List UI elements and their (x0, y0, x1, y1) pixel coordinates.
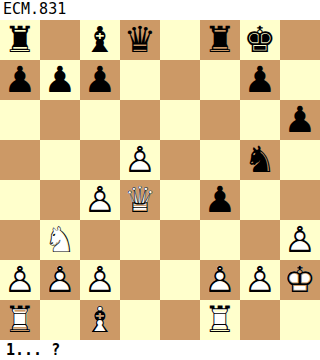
square-e8[interactable] (160, 20, 200, 60)
square-h1[interactable] (280, 300, 320, 340)
black-bishop[interactable]: ♝ (80, 20, 120, 60)
square-g5[interactable]: ♞ (240, 140, 280, 180)
chess-diagram-window: ECM.831 ♜♝♛♜♚♟♟♟♟♟♟♙♞♟♙♛♕♟♞♘♟♙♟♙♟♙♟♙♟♙♟♙… (0, 0, 320, 360)
white-pawn[interactable]: ♟♙ (280, 220, 320, 260)
square-b5[interactable] (40, 140, 80, 180)
white-pawn[interactable]: ♟♙ (80, 180, 120, 220)
black-rook[interactable]: ♜ (200, 20, 240, 60)
square-c3[interactable] (80, 220, 120, 260)
square-f5[interactable] (200, 140, 240, 180)
piece-outline-layer: ♙ (200, 260, 240, 300)
square-h2[interactable]: ♚♔ (280, 260, 320, 300)
square-e6[interactable] (160, 100, 200, 140)
square-b7[interactable]: ♟ (40, 60, 80, 100)
white-bishop[interactable]: ♝♗ (80, 300, 120, 340)
white-pawn[interactable]: ♟♙ (240, 260, 280, 300)
white-pawn[interactable]: ♟♙ (40, 260, 80, 300)
square-b3[interactable]: ♞♘ (40, 220, 80, 260)
square-e5[interactable] (160, 140, 200, 180)
square-a8[interactable]: ♜ (0, 20, 40, 60)
square-d2[interactable] (120, 260, 160, 300)
square-f4[interactable]: ♟ (200, 180, 240, 220)
white-pawn[interactable]: ♟♙ (200, 260, 240, 300)
piece-outline-layer: ♖ (0, 300, 40, 340)
white-queen[interactable]: ♛♕ (120, 180, 160, 220)
square-e4[interactable] (160, 180, 200, 220)
square-a7[interactable]: ♟ (0, 60, 40, 100)
square-b2[interactable]: ♟♙ (40, 260, 80, 300)
piece-outline-layer: ♙ (40, 260, 80, 300)
square-e1[interactable] (160, 300, 200, 340)
piece-outline-layer: ♗ (80, 300, 120, 340)
square-f6[interactable] (200, 100, 240, 140)
square-f7[interactable] (200, 60, 240, 100)
square-g3[interactable] (240, 220, 280, 260)
square-f8[interactable]: ♜ (200, 20, 240, 60)
piece-outline-layer: ♘ (40, 220, 80, 260)
square-f2[interactable]: ♟♙ (200, 260, 240, 300)
white-rook[interactable]: ♜♖ (200, 300, 240, 340)
white-pawn[interactable]: ♟♙ (0, 260, 40, 300)
square-a6[interactable] (0, 100, 40, 140)
square-d7[interactable] (120, 60, 160, 100)
black-pawn[interactable]: ♟ (40, 60, 80, 100)
square-d8[interactable]: ♛ (120, 20, 160, 60)
black-pawn[interactable]: ♟ (0, 60, 40, 100)
square-c8[interactable]: ♝ (80, 20, 120, 60)
square-a3[interactable] (0, 220, 40, 260)
square-h4[interactable] (280, 180, 320, 220)
black-pawn[interactable]: ♟ (80, 60, 120, 100)
square-d4[interactable]: ♛♕ (120, 180, 160, 220)
square-a2[interactable]: ♟♙ (0, 260, 40, 300)
piece-outline-layer: ♙ (80, 180, 120, 220)
square-c7[interactable]: ♟ (80, 60, 120, 100)
square-f3[interactable] (200, 220, 240, 260)
piece-outline-layer: ♙ (120, 140, 160, 180)
square-g6[interactable] (240, 100, 280, 140)
square-a5[interactable] (0, 140, 40, 180)
black-pawn[interactable]: ♟ (240, 60, 280, 100)
square-h6[interactable]: ♟ (280, 100, 320, 140)
chess-board: ♜♝♛♜♚♟♟♟♟♟♟♙♞♟♙♛♕♟♞♘♟♙♟♙♟♙♟♙♟♙♟♙♚♔♜♖♝♗♜♖ (0, 20, 320, 340)
black-knight[interactable]: ♞ (240, 140, 280, 180)
piece-outline-layer: ♙ (80, 260, 120, 300)
square-c5[interactable] (80, 140, 120, 180)
square-g4[interactable] (240, 180, 280, 220)
square-b6[interactable] (40, 100, 80, 140)
black-rook[interactable]: ♜ (0, 20, 40, 60)
square-b1[interactable] (40, 300, 80, 340)
black-king[interactable]: ♚ (240, 20, 280, 60)
white-pawn[interactable]: ♟♙ (80, 260, 120, 300)
square-e7[interactable] (160, 60, 200, 100)
square-b8[interactable] (40, 20, 80, 60)
square-d3[interactable] (120, 220, 160, 260)
square-e3[interactable] (160, 220, 200, 260)
square-c6[interactable] (80, 100, 120, 140)
black-queen[interactable]: ♛ (120, 20, 160, 60)
piece-outline-layer: ♖ (200, 300, 240, 340)
square-c4[interactable]: ♟♙ (80, 180, 120, 220)
square-g8[interactable]: ♚ (240, 20, 280, 60)
square-a1[interactable]: ♜♖ (0, 300, 40, 340)
black-pawn[interactable]: ♟ (200, 180, 240, 220)
square-g1[interactable] (240, 300, 280, 340)
square-a4[interactable] (0, 180, 40, 220)
piece-outline-layer: ♙ (280, 220, 320, 260)
piece-outline-layer: ♕ (120, 180, 160, 220)
square-h7[interactable] (280, 60, 320, 100)
white-knight[interactable]: ♞♘ (40, 220, 80, 260)
square-d6[interactable] (120, 100, 160, 140)
square-h5[interactable] (280, 140, 320, 180)
move-prompt: 1... ? (0, 340, 320, 360)
square-b4[interactable] (40, 180, 80, 220)
square-c1[interactable]: ♝♗ (80, 300, 120, 340)
square-g2[interactable]: ♟♙ (240, 260, 280, 300)
square-g7[interactable]: ♟ (240, 60, 280, 100)
square-c2[interactable]: ♟♙ (80, 260, 120, 300)
white-pawn[interactable]: ♟♙ (120, 140, 160, 180)
square-d1[interactable] (120, 300, 160, 340)
piece-outline-layer: ♙ (0, 260, 40, 300)
white-rook[interactable]: ♜♖ (0, 300, 40, 340)
square-f1[interactable]: ♜♖ (200, 300, 240, 340)
white-king[interactable]: ♚♔ (280, 260, 320, 300)
square-d5[interactable]: ♟♙ (120, 140, 160, 180)
black-pawn[interactable]: ♟ (280, 100, 320, 140)
square-h8[interactable] (280, 20, 320, 60)
square-h3[interactable]: ♟♙ (280, 220, 320, 260)
piece-outline-layer: ♙ (240, 260, 280, 300)
square-e2[interactable] (160, 260, 200, 300)
diagram-title: ECM.831 (0, 0, 320, 20)
piece-outline-layer: ♔ (280, 260, 320, 300)
